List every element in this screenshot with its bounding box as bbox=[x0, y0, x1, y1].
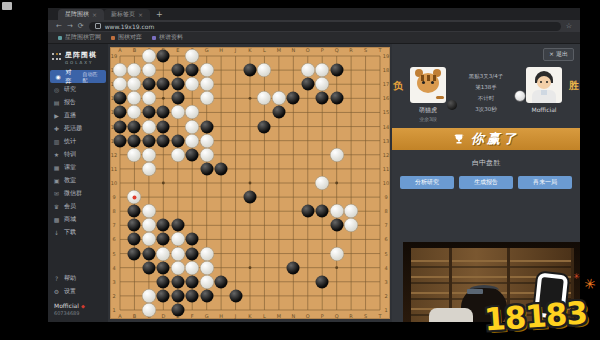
black-stone-H3[interactable] bbox=[215, 275, 228, 288]
board-coordinate-label: 7 bbox=[112, 222, 115, 228]
tab-title: 新标签页 bbox=[111, 10, 135, 19]
sidebar-item-死活题[interactable]: ✚死活题 bbox=[48, 122, 108, 135]
black-stone-M15[interactable] bbox=[272, 106, 285, 119]
white-player-avatar bbox=[526, 67, 562, 103]
sidebar-item-会员[interactable]: ♛会员 bbox=[48, 200, 108, 213]
white-stone-badge bbox=[515, 91, 525, 101]
favicon bbox=[152, 36, 156, 40]
black-stone-K18[interactable] bbox=[244, 64, 257, 77]
black-stone-N4[interactable] bbox=[287, 261, 300, 274]
tab-newtab[interactable]: 新标签页 × bbox=[104, 9, 150, 20]
sidebar-item-直播[interactable]: ▶直播 bbox=[48, 109, 108, 122]
board-coordinate-label: A bbox=[118, 47, 121, 53]
board-coordinate-label: 13 bbox=[383, 138, 389, 144]
black-stone-badge bbox=[447, 100, 457, 110]
firework-icon: ✳ bbox=[582, 275, 597, 293]
white-stone-G5[interactable] bbox=[200, 247, 213, 260]
sidebar-menu: ◉对弈自动匹配◎研究▤报告▶直播✚死活题▥统计★特训▦课堂▣教室✉微信群♛会员▩… bbox=[48, 70, 108, 239]
game-info-line: 不计时 bbox=[478, 95, 495, 102]
bookmark-item[interactable]: 棋谱资料 bbox=[152, 33, 183, 42]
room-icon: ▣ bbox=[53, 177, 60, 184]
white-stone-F13[interactable] bbox=[186, 134, 199, 147]
white-stone-F17[interactable] bbox=[186, 78, 199, 91]
board-coordinate-label: 10 bbox=[111, 180, 117, 186]
sidebar-item-label: 教室 bbox=[64, 176, 76, 185]
black-stone-E17[interactable] bbox=[171, 78, 184, 91]
sidebar-item-统计[interactable]: ▥统计 bbox=[48, 135, 108, 148]
bookmarks-bar: 星阵围棋官网围棋对弈棋谱资料 bbox=[48, 32, 580, 44]
board-coordinate-label: 14 bbox=[383, 124, 389, 130]
black-stone-D6[interactable] bbox=[157, 233, 170, 246]
board-coordinate-label: A bbox=[118, 313, 121, 319]
result-text: 白中盘胜 bbox=[392, 158, 580, 168]
black-stone-F6[interactable] bbox=[186, 233, 199, 246]
board-coordinate-label: P bbox=[321, 47, 324, 53]
sidebar-item-label: 报告 bbox=[64, 98, 76, 107]
board-coordinate-label: 5 bbox=[384, 251, 387, 257]
board-coordinate-label: G bbox=[205, 313, 209, 319]
black-stone-B6[interactable] bbox=[128, 233, 141, 246]
white-stone-A18[interactable] bbox=[114, 64, 127, 77]
sidebar-item-label: 帮助 bbox=[64, 274, 76, 283]
black-stone-D2[interactable] bbox=[157, 289, 170, 302]
board-coordinate-label: 11 bbox=[111, 166, 117, 172]
bookmark-item[interactable]: 围棋对弈 bbox=[111, 33, 142, 42]
user-account[interactable]: Mofficial ◆ 60734689 bbox=[48, 298, 108, 322]
board-coordinate-label: 12 bbox=[111, 152, 117, 158]
player-black: 负 萌猫虎 业余3段 bbox=[402, 67, 454, 122]
white-stone-C1[interactable] bbox=[142, 304, 155, 317]
black-stone-Q16[interactable] bbox=[330, 92, 343, 105]
white-stone-G3[interactable] bbox=[200, 275, 213, 288]
black-stone-A13[interactable] bbox=[114, 134, 127, 147]
reload-icon[interactable]: ⟳ bbox=[78, 21, 84, 31]
black-stone-E2[interactable] bbox=[171, 289, 184, 302]
black-stone-B14[interactable] bbox=[128, 120, 141, 133]
sidebar-bottom-menu: ?帮助⚙设置 bbox=[48, 272, 108, 298]
sidebar-item-下载[interactable]: ↓下载 bbox=[48, 226, 108, 239]
white-stone-E15[interactable] bbox=[171, 106, 184, 119]
black-player-avatar bbox=[410, 67, 446, 103]
white-stone-R8[interactable] bbox=[345, 205, 358, 218]
black-stone-G11[interactable] bbox=[200, 162, 213, 175]
board-coordinate-label: B bbox=[133, 313, 136, 319]
board-coordinate-label: 8 bbox=[112, 208, 115, 214]
players-section: 负 萌猫虎 业余3段 黑贴3又3/4子第138手不计时3次30秒 胜 bbox=[392, 61, 580, 122]
board-coordinate-label: R bbox=[349, 313, 352, 319]
logo-subtitle: GOLAXY bbox=[65, 60, 97, 65]
golaxy-logo: 星阵围棋 GOLAXY bbox=[48, 47, 108, 70]
white-stone-G12[interactable] bbox=[200, 148, 213, 161]
black-stone-A16[interactable] bbox=[114, 92, 127, 105]
white-stone-A17[interactable] bbox=[114, 78, 127, 91]
black-stone-N16[interactable] bbox=[287, 92, 300, 105]
white-stone-P10[interactable] bbox=[316, 177, 329, 190]
board-coordinate-label: N bbox=[291, 313, 295, 319]
black-stone-J2[interactable] bbox=[229, 289, 242, 302]
black-stone-B5[interactable] bbox=[128, 247, 141, 260]
sidebar-item-label: 死活题 bbox=[64, 124, 82, 133]
white-stone-B9[interactable] bbox=[128, 191, 141, 204]
tsumego-icon: ✚ bbox=[53, 125, 60, 132]
board-coordinate-label: G bbox=[205, 47, 209, 53]
black-stone-C5[interactable] bbox=[142, 247, 155, 260]
board-coordinate-label: P bbox=[321, 313, 324, 319]
research-icon: ◎ bbox=[53, 86, 60, 93]
black-stone-P3[interactable] bbox=[316, 275, 329, 288]
white-stone-B16[interactable] bbox=[128, 92, 141, 105]
board-coordinate-label: Q bbox=[335, 313, 339, 319]
black-stone-D19[interactable] bbox=[157, 50, 170, 63]
game-info: 黑贴3又3/4子第138手不计时3次30秒 bbox=[454, 67, 518, 113]
board-coordinate-label: 15 bbox=[383, 109, 389, 115]
board-coordinate-label: H bbox=[219, 313, 223, 319]
sidebar-item-label: 商城 bbox=[64, 215, 76, 224]
white-stone-F4[interactable] bbox=[186, 261, 199, 274]
white-stone-G17[interactable] bbox=[200, 78, 213, 91]
board-coordinate-label: J bbox=[235, 313, 236, 319]
forward-icon[interactable]: → bbox=[67, 21, 73, 31]
white-stone-M16[interactable] bbox=[272, 92, 285, 105]
white-stone-D5[interactable] bbox=[157, 247, 170, 260]
white-stone-C16[interactable] bbox=[142, 92, 155, 105]
sidebar-item-label: 微信群 bbox=[64, 189, 82, 198]
black-stone-E3[interactable] bbox=[171, 275, 184, 288]
board-coordinate-label: 17 bbox=[383, 81, 389, 87]
board-coordinate-label: K bbox=[248, 313, 251, 319]
white-stone-E6[interactable] bbox=[171, 233, 184, 246]
win-banner-text: 你赢了 bbox=[471, 130, 519, 148]
sidebar: 星阵围棋 GOLAXY ◉对弈自动匹配◎研究▤报告▶直播✚死活题▥统计★特训▦课… bbox=[48, 44, 108, 322]
sidebar-item-label: 特训 bbox=[64, 150, 76, 159]
18183-watermark: ✳ ✳ 18183 bbox=[484, 274, 594, 336]
board-coordinate-label: T bbox=[378, 313, 381, 319]
user-name: Mofficial bbox=[54, 302, 79, 309]
game-info-line: 黑贴3又3/4子 bbox=[469, 73, 503, 80]
white-stone-B15[interactable] bbox=[128, 106, 141, 119]
black-stone-A15[interactable] bbox=[114, 106, 127, 119]
white-stone-Q12[interactable] bbox=[330, 148, 343, 161]
18183-logo-text: 18183 bbox=[483, 294, 588, 337]
sidebar-item-课堂[interactable]: ▦课堂 bbox=[48, 161, 108, 174]
favicon bbox=[58, 36, 62, 40]
board-coordinate-label: F bbox=[191, 313, 194, 319]
black-stone-O8[interactable] bbox=[301, 205, 314, 218]
board-coordinate-label: 10 bbox=[383, 180, 389, 186]
board-coordinate-label: 2 bbox=[384, 293, 387, 299]
favicon bbox=[111, 36, 115, 40]
sidebar-item-sublabel: 自动匹配 bbox=[83, 71, 101, 83]
board-coordinate-label: 1 bbox=[112, 307, 115, 313]
board-coordinate-label: Q bbox=[335, 47, 339, 53]
bookmark-star-icon[interactable]: ☆ bbox=[566, 22, 572, 30]
white-stone-G13[interactable] bbox=[200, 134, 213, 147]
white-stone-L18[interactable] bbox=[258, 64, 271, 77]
sidebar-item-特训[interactable]: ★特训 bbox=[48, 148, 108, 161]
sidebar-item-微信群[interactable]: ✉微信群 bbox=[48, 187, 108, 200]
white-stone-Q5[interactable] bbox=[330, 247, 343, 260]
player-white: 胜 Mofficial bbox=[518, 67, 570, 113]
board-coordinate-label: T bbox=[378, 47, 381, 53]
bookmark-label: 棋谱资料 bbox=[159, 33, 183, 42]
black-stone-D13[interactable] bbox=[157, 134, 170, 147]
black-stone-F5[interactable] bbox=[186, 247, 199, 260]
white-stone-G4[interactable] bbox=[200, 261, 213, 274]
black-stone-C13[interactable] bbox=[142, 134, 155, 147]
white-stone-C11[interactable] bbox=[142, 162, 155, 175]
black-stone-D17[interactable] bbox=[157, 78, 170, 91]
black-stone-E7[interactable] bbox=[171, 219, 184, 232]
board-coordinate-label: L bbox=[263, 313, 266, 319]
white-stone-Q8[interactable] bbox=[330, 205, 343, 218]
white-stone-E12[interactable] bbox=[171, 148, 184, 161]
board-coordinate-label: M bbox=[277, 313, 281, 319]
game-info-line: 3次30秒 bbox=[475, 106, 497, 113]
board-coordinate-label: N bbox=[291, 47, 295, 53]
win-banner: 你赢了 bbox=[392, 128, 580, 150]
firework-icon: ✳ bbox=[573, 272, 580, 281]
class-icon: ▦ bbox=[53, 164, 60, 171]
board-coordinate-label: M bbox=[277, 47, 281, 53]
black-stone-G2[interactable] bbox=[200, 289, 213, 302]
video-frame: 星阵围棋 × 新标签页 × + ← → ⟳ www.19x19.com ☆ 星阵… bbox=[0, 0, 600, 340]
sidebar-item-设置[interactable]: ⚙设置 bbox=[48, 285, 108, 298]
training-icon: ★ bbox=[53, 151, 60, 158]
white-player-name: Mofficial bbox=[532, 106, 557, 113]
white-stone-C6[interactable] bbox=[142, 233, 155, 246]
board-coordinate-label: 11 bbox=[383, 166, 389, 172]
board-coordinate-label: S bbox=[364, 313, 367, 319]
board-coordinate-label: 6 bbox=[384, 236, 387, 242]
sidebar-item-对弈[interactable]: ◉对弈自动匹配 bbox=[50, 70, 106, 83]
sidebar-item-label: 研究 bbox=[64, 85, 76, 94]
stats-icon: ▥ bbox=[53, 138, 60, 145]
board-coordinate-label: 8 bbox=[384, 208, 387, 214]
sidebar-item-label: 会员 bbox=[64, 202, 76, 211]
board-coordinate-label: 19 bbox=[111, 53, 117, 59]
black-stone-P16[interactable] bbox=[316, 92, 329, 105]
shop-icon: ▩ bbox=[53, 216, 60, 223]
board-coordinate-label: 16 bbox=[383, 95, 389, 101]
black-stone-H11[interactable] bbox=[215, 162, 228, 175]
black-stone-D7[interactable] bbox=[157, 219, 170, 232]
sidebar-item-label: 直播 bbox=[64, 111, 76, 120]
black-stone-E13[interactable] bbox=[171, 134, 184, 147]
board-coordinate-label: O bbox=[306, 47, 310, 53]
white-stone-C18[interactable] bbox=[142, 64, 155, 77]
black-stone-D15[interactable] bbox=[157, 106, 170, 119]
white-stone-E5[interactable] bbox=[171, 247, 184, 260]
padlock-icon bbox=[95, 23, 101, 29]
tab-bar: 星阵围棋 × 新标签页 × + bbox=[48, 8, 580, 20]
black-stone-E1[interactable] bbox=[171, 304, 184, 317]
white-stone-G18[interactable] bbox=[200, 64, 213, 77]
white-stone-E4[interactable] bbox=[171, 261, 184, 274]
white-stone-F19[interactable] bbox=[186, 50, 199, 63]
black-stone-C15[interactable] bbox=[142, 106, 155, 119]
board-coordinate-label: B bbox=[133, 47, 136, 53]
black-stone-E18[interactable] bbox=[171, 64, 184, 77]
white-stone-L16[interactable] bbox=[258, 92, 271, 105]
webcam-headband-tag bbox=[467, 289, 483, 294]
action-button-分析研究[interactable]: 分析研究 bbox=[400, 176, 454, 189]
settings-icon: ⚙ bbox=[53, 288, 60, 295]
sidebar-item-商城[interactable]: ▩商城 bbox=[48, 213, 108, 226]
sidebar-item-教室[interactable]: ▣教室 bbox=[48, 174, 108, 187]
go-board[interactable]: AABBCCDDEEFFGGHHJJKKLLMMNNOOPPQQRRSSTT19… bbox=[110, 47, 390, 319]
board-coordinate-label: L bbox=[263, 47, 266, 53]
black-stone-E16[interactable] bbox=[171, 92, 184, 105]
play-icon: ◉ bbox=[55, 73, 61, 80]
board-coordinate-label: 4 bbox=[384, 265, 387, 271]
white-stone-O18[interactable] bbox=[301, 64, 314, 77]
trophy-icon bbox=[453, 133, 465, 145]
board-coordinate-label: E bbox=[176, 47, 179, 53]
sidebar-item-研究[interactable]: ◎研究 bbox=[48, 83, 108, 96]
sidebar-item-label: 下载 bbox=[64, 228, 76, 237]
black-stone-F3[interactable] bbox=[186, 275, 199, 288]
black-stone-C17[interactable] bbox=[142, 78, 155, 91]
board-coordinate-label: 2 bbox=[112, 293, 115, 299]
sidebar-item-label: 统计 bbox=[64, 137, 76, 146]
black-stone-F12[interactable] bbox=[186, 148, 199, 161]
white-stone-B12[interactable] bbox=[128, 148, 141, 161]
logo-title: 星阵围棋 bbox=[65, 50, 97, 60]
board-coordinate-label: D bbox=[161, 313, 165, 319]
black-player-rank: 业余3段 bbox=[419, 116, 437, 122]
white-stone-R7[interactable] bbox=[345, 219, 358, 232]
action-button-再来一局[interactable]: 再来一局 bbox=[518, 176, 572, 189]
board-coordinate-label: 12 bbox=[383, 152, 389, 158]
action-button-生成报告[interactable]: 生成报告 bbox=[459, 176, 513, 189]
white-stone-B18[interactable] bbox=[128, 64, 141, 77]
black-stone-C4[interactable] bbox=[142, 261, 155, 274]
black-stone-D3[interactable] bbox=[157, 275, 170, 288]
black-stone-G14[interactable] bbox=[200, 120, 213, 133]
bookmark-item[interactable]: 星阵围棋官网 bbox=[58, 33, 101, 42]
board-coordinate-label: O bbox=[306, 313, 310, 319]
black-stone-B8[interactable] bbox=[128, 205, 141, 218]
help-icon: ? bbox=[53, 275, 60, 282]
white-stone-B17[interactable] bbox=[128, 78, 141, 91]
player-overlay-icon bbox=[2, 2, 12, 10]
sidebar-item-帮助[interactable]: ?帮助 bbox=[48, 272, 108, 285]
exit-button[interactable]: × 退出 bbox=[543, 48, 574, 61]
white-stone-F14[interactable] bbox=[186, 120, 199, 133]
black-stone-D4[interactable] bbox=[157, 261, 170, 274]
white-stone-C7[interactable] bbox=[142, 219, 155, 232]
board-coordinate-label: 19 bbox=[383, 53, 389, 59]
black-stone-Q18[interactable] bbox=[330, 64, 343, 77]
sidebar-item-报告[interactable]: ▤报告 bbox=[48, 96, 108, 109]
black-stone-F2[interactable] bbox=[186, 289, 199, 302]
board-coordinate-label: 7 bbox=[384, 222, 387, 228]
black-stone-P8[interactable] bbox=[316, 205, 329, 218]
user-id: 60734689 bbox=[54, 310, 102, 316]
white-stone-C2[interactable] bbox=[142, 289, 155, 302]
last-move-marker bbox=[132, 195, 136, 199]
black-stone-B13[interactable] bbox=[128, 134, 141, 147]
tab-close-icon[interactable]: × bbox=[138, 11, 143, 18]
black-stone-L14[interactable] bbox=[258, 120, 271, 133]
black-stone-K9[interactable] bbox=[244, 191, 257, 204]
board-area: AABBCCDDEEFFGGHHJJKKLLMMNNOOPPQQRRSSTT19… bbox=[108, 44, 392, 322]
board-coordinate-label: H bbox=[219, 47, 223, 53]
url-field[interactable]: www.19x19.com bbox=[89, 22, 561, 31]
url-text: www.19x19.com bbox=[105, 23, 155, 30]
board-coordinate-label: 6 bbox=[112, 236, 115, 242]
bookmark-label: 围棋对弈 bbox=[118, 33, 142, 42]
new-tab-button[interactable]: + bbox=[156, 10, 163, 20]
tab-title: 星阵围棋 bbox=[65, 10, 89, 19]
black-stone-O17[interactable] bbox=[301, 78, 314, 91]
board-coordinate-label: S bbox=[364, 47, 367, 53]
board-coordinate-label: K bbox=[248, 47, 251, 53]
address-bar: ← → ⟳ www.19x19.com ☆ bbox=[48, 20, 580, 32]
vip-icon: ◆ bbox=[81, 303, 85, 309]
tab-close-icon[interactable]: × bbox=[92, 11, 97, 18]
game-info-line: 第138手 bbox=[475, 84, 497, 91]
board-coordinate-label: R bbox=[349, 47, 352, 53]
white-stone-C8[interactable] bbox=[142, 205, 155, 218]
board-coordinate-label: 9 bbox=[112, 194, 115, 200]
white-stone-F15[interactable] bbox=[186, 106, 199, 119]
board-coordinate-label: J bbox=[235, 47, 236, 53]
white-stone-C19[interactable] bbox=[142, 50, 155, 63]
black-stone-Q7[interactable] bbox=[330, 219, 343, 232]
group-icon: ✉ bbox=[53, 190, 60, 197]
back-icon[interactable]: ← bbox=[56, 21, 62, 31]
board-coordinate-label: 4 bbox=[112, 265, 115, 271]
white-stone-G16[interactable] bbox=[200, 92, 213, 105]
board-coordinate-label: 3 bbox=[384, 279, 387, 285]
black-player-name: 萌猫虎 bbox=[419, 106, 437, 115]
board-coordinate-label: 18 bbox=[383, 67, 389, 73]
vip-icon: ♛ bbox=[53, 203, 60, 210]
win-tag: 胜 bbox=[569, 79, 579, 93]
board-coordinate-label: 9 bbox=[384, 194, 387, 200]
black-stone-D14[interactable] bbox=[157, 120, 170, 133]
action-buttons: 分析研究生成报告再来一局 bbox=[392, 168, 580, 189]
download-icon: ↓ bbox=[53, 229, 60, 236]
bookmark-label: 星阵围棋官网 bbox=[65, 33, 101, 42]
lose-tag: 负 bbox=[393, 79, 403, 93]
white-stone-C12[interactable] bbox=[142, 148, 155, 161]
black-stone-A14[interactable] bbox=[114, 120, 127, 133]
live-icon: ▶ bbox=[53, 112, 60, 119]
tab-golaxy[interactable]: 星阵围棋 × bbox=[58, 9, 104, 20]
board-coordinate-label: 1 bbox=[384, 307, 387, 313]
report-icon: ▤ bbox=[53, 99, 60, 106]
board-coordinate-label: 5 bbox=[112, 251, 115, 257]
sidebar-item-label: 设置 bbox=[64, 287, 76, 296]
white-stone-C14[interactable] bbox=[142, 120, 155, 133]
white-stone-P18[interactable] bbox=[316, 64, 329, 77]
webcam-shirt bbox=[429, 308, 473, 322]
golaxy-logo-icon bbox=[52, 53, 62, 63]
sidebar-item-label: 课堂 bbox=[64, 163, 76, 172]
black-stone-B7[interactable] bbox=[128, 219, 141, 232]
board-coordinate-label: 3 bbox=[112, 279, 115, 285]
white-stone-P17[interactable] bbox=[316, 78, 329, 91]
black-stone-F18[interactable] bbox=[186, 64, 199, 77]
